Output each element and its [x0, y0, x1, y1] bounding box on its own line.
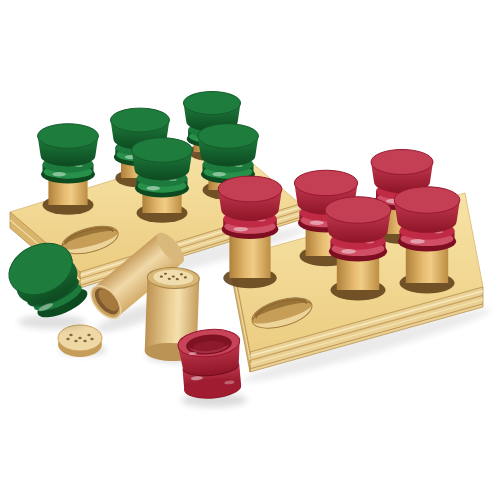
red-jar[interactable] — [394, 187, 460, 294]
product-photo-smelling-boxes — [0, 0, 500, 500]
green-jar[interactable] — [38, 124, 99, 215]
perforated-insert-disc[interactable] — [58, 325, 102, 357]
red-lid-upside-down[interactable] — [177, 327, 245, 401]
green-jar[interactable] — [132, 138, 193, 223]
red-jar[interactable] — [325, 197, 391, 301]
smelling-boxes-scene — [0, 0, 500, 500]
